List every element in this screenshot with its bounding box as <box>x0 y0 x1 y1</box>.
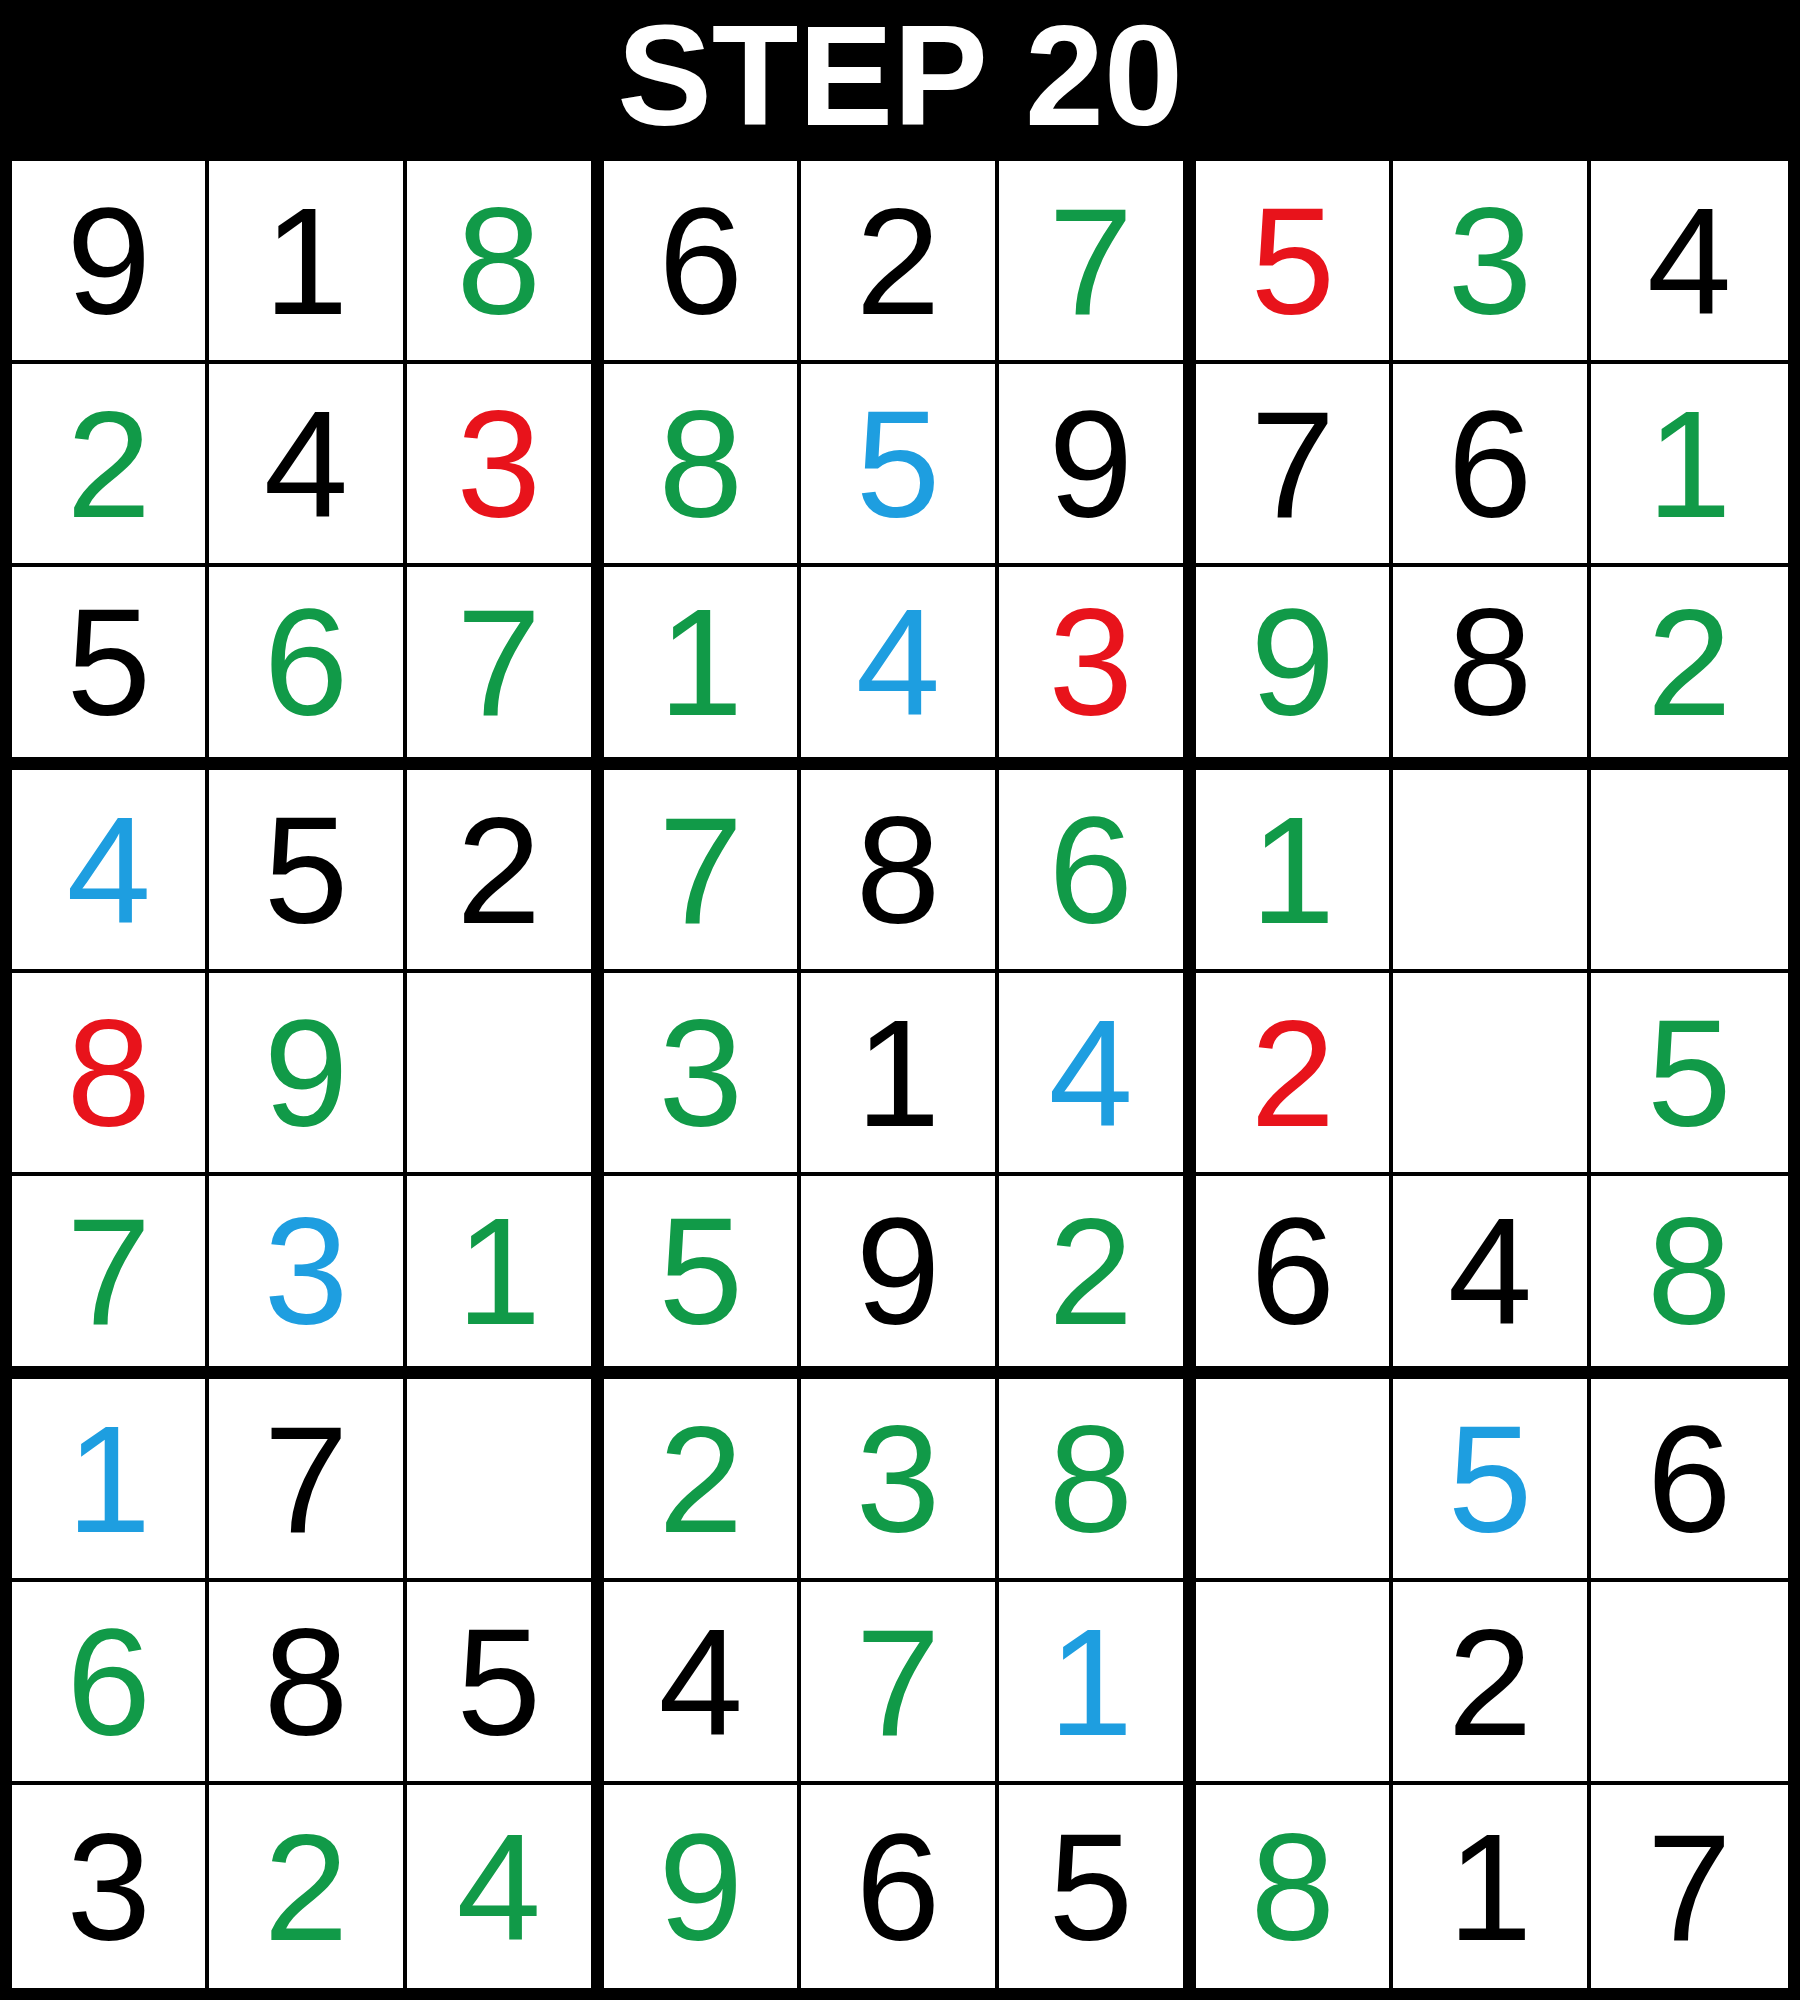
cell-r1c6[interactable]: 7 <box>999 161 1196 364</box>
cell-r4c9[interactable] <box>1591 770 1788 973</box>
cell-r2c5[interactable]: 5 <box>801 364 998 567</box>
cell-r3c7[interactable]: 9 <box>1196 567 1393 770</box>
cell-r3c8[interactable]: 8 <box>1393 567 1590 770</box>
cell-r3c3[interactable]: 7 <box>407 567 604 770</box>
cell-r4c7[interactable]: 1 <box>1196 770 1393 973</box>
cell-r2c4[interactable]: 8 <box>604 364 801 567</box>
cell-r9c1[interactable]: 3 <box>12 1785 209 1988</box>
cell-r8c7[interactable] <box>1196 1582 1393 1785</box>
cell-r9c8[interactable]: 1 <box>1393 1785 1590 1988</box>
cell-r5c5[interactable]: 1 <box>801 973 998 1176</box>
cell-r1c8[interactable]: 3 <box>1393 161 1590 364</box>
cell-r4c8[interactable] <box>1393 770 1590 973</box>
cell-r8c5[interactable]: 7 <box>801 1582 998 1785</box>
cell-r2c3[interactable]: 3 <box>407 364 604 567</box>
cell-r3c5[interactable]: 4 <box>801 567 998 770</box>
cell-r6c9[interactable]: 8 <box>1591 1176 1788 1379</box>
cell-r4c1[interactable]: 4 <box>12 770 209 973</box>
cell-r8c6[interactable]: 1 <box>999 1582 1196 1785</box>
cell-r2c9[interactable]: 1 <box>1591 364 1788 567</box>
cell-r1c7[interactable]: 5 <box>1196 161 1393 364</box>
cell-r1c3[interactable]: 8 <box>407 161 604 364</box>
title-bar: STEP 20 <box>0 0 1800 155</box>
cell-r7c4[interactable]: 2 <box>604 1379 801 1582</box>
cell-r1c2[interactable]: 1 <box>209 161 406 364</box>
cell-r8c8[interactable]: 2 <box>1393 1582 1590 1785</box>
cell-r4c4[interactable]: 7 <box>604 770 801 973</box>
cell-r6c8[interactable]: 4 <box>1393 1176 1590 1379</box>
sudoku-board: 9186275342438597615671439824527861893142… <box>0 155 1800 2000</box>
cell-r2c1[interactable]: 2 <box>12 364 209 567</box>
cell-r3c1[interactable]: 5 <box>12 567 209 770</box>
cell-r1c4[interactable]: 6 <box>604 161 801 364</box>
cell-r3c9[interactable]: 2 <box>1591 567 1788 770</box>
cell-r7c1[interactable]: 1 <box>12 1379 209 1582</box>
cell-r5c1[interactable]: 8 <box>12 973 209 1176</box>
cell-r9c9[interactable]: 7 <box>1591 1785 1788 1988</box>
cell-r9c4[interactable]: 9 <box>604 1785 801 1988</box>
cell-r7c5[interactable]: 3 <box>801 1379 998 1582</box>
cell-r5c8[interactable] <box>1393 973 1590 1176</box>
cell-r8c3[interactable]: 5 <box>407 1582 604 1785</box>
cell-r7c8[interactable]: 5 <box>1393 1379 1590 1582</box>
cell-r8c9[interactable] <box>1591 1582 1788 1785</box>
cell-r6c3[interactable]: 1 <box>407 1176 604 1379</box>
cell-r5c4[interactable]: 3 <box>604 973 801 1176</box>
cell-r8c4[interactable]: 4 <box>604 1582 801 1785</box>
cell-r8c1[interactable]: 6 <box>12 1582 209 1785</box>
cell-r8c2[interactable]: 8 <box>209 1582 406 1785</box>
cell-r2c6[interactable]: 9 <box>999 364 1196 567</box>
cell-r1c9[interactable]: 4 <box>1591 161 1788 364</box>
cell-r1c5[interactable]: 2 <box>801 161 998 364</box>
step-title: STEP 20 <box>617 5 1183 147</box>
cell-r6c5[interactable]: 9 <box>801 1176 998 1379</box>
cell-r7c6[interactable]: 8 <box>999 1379 1196 1582</box>
cell-r4c6[interactable]: 6 <box>999 770 1196 973</box>
cell-r7c7[interactable] <box>1196 1379 1393 1582</box>
cell-r4c5[interactable]: 8 <box>801 770 998 973</box>
cell-r6c6[interactable]: 2 <box>999 1176 1196 1379</box>
cell-r6c4[interactable]: 5 <box>604 1176 801 1379</box>
cell-r9c3[interactable]: 4 <box>407 1785 604 1988</box>
cell-r6c7[interactable]: 6 <box>1196 1176 1393 1379</box>
cell-r3c2[interactable]: 6 <box>209 567 406 770</box>
cell-r4c3[interactable]: 2 <box>407 770 604 973</box>
cell-r6c1[interactable]: 7 <box>12 1176 209 1379</box>
cell-r7c2[interactable]: 7 <box>209 1379 406 1582</box>
cell-r7c3[interactable] <box>407 1379 604 1582</box>
cell-r6c2[interactable]: 3 <box>209 1176 406 1379</box>
cell-r9c6[interactable]: 5 <box>999 1785 1196 1988</box>
cell-r5c3[interactable] <box>407 973 604 1176</box>
cell-r1c1[interactable]: 9 <box>12 161 209 364</box>
cell-r3c4[interactable]: 1 <box>604 567 801 770</box>
cell-r4c2[interactable]: 5 <box>209 770 406 973</box>
cell-r9c5[interactable]: 6 <box>801 1785 998 1988</box>
cell-r2c7[interactable]: 7 <box>1196 364 1393 567</box>
cell-r5c7[interactable]: 2 <box>1196 973 1393 1176</box>
cell-r5c9[interactable]: 5 <box>1591 973 1788 1176</box>
cell-r2c8[interactable]: 6 <box>1393 364 1590 567</box>
cell-r9c2[interactable]: 2 <box>209 1785 406 1988</box>
cell-r5c6[interactable]: 4 <box>999 973 1196 1176</box>
cell-r2c2[interactable]: 4 <box>209 364 406 567</box>
cell-r9c7[interactable]: 8 <box>1196 1785 1393 1988</box>
cell-r5c2[interactable]: 9 <box>209 973 406 1176</box>
cell-r3c6[interactable]: 3 <box>999 567 1196 770</box>
cell-r7c9[interactable]: 6 <box>1591 1379 1788 1582</box>
